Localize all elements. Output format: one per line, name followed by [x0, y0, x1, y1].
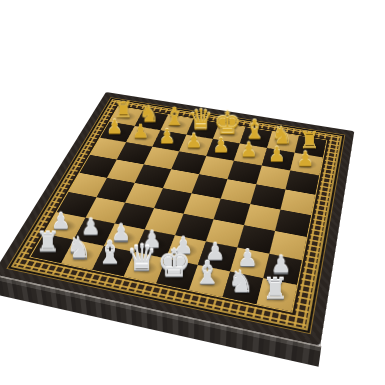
piece-silver-queen: ♛: [126, 240, 157, 275]
piece-gold-pawn: ♟: [185, 131, 203, 151]
square-g7: ♟: [261, 148, 294, 170]
piece-silver-bishop: ♝: [192, 257, 221, 289]
square-g1: ♞: [222, 271, 263, 304]
square-e4: [183, 193, 220, 219]
piece-silver-knight: ♞: [227, 266, 254, 296]
product-photo-scene: ♜♞♝♛♚♝♞♜♟♟♟♟♟♟♟♟♟♟♟♟♟♟♟♟♜♞♝♛♚♝♞♜: [0, 0, 385, 385]
piece-silver-king: ♚: [156, 243, 191, 282]
piece-gold-pawn: ♟: [267, 145, 285, 165]
piece-silver-bishop: ♝: [95, 237, 123, 268]
piece-silver-rook: ♜: [261, 274, 287, 303]
piece-silver-rook: ♜: [35, 228, 60, 255]
chessboard-grid: ♜♞♝♛♚♝♞♜♟♟♟♟♟♟♟♟♟♟♟♟♟♟♟♟♜♞♝♛♚♝♞♜: [30, 106, 326, 311]
square-f4: [213, 198, 250, 224]
square-e7: ♟: [206, 139, 240, 161]
square-h1: ♜: [256, 278, 296, 311]
square-d4: [154, 188, 192, 214]
piece-gold-pawn: ♟: [106, 118, 123, 137]
square-f7: ♟: [233, 143, 266, 165]
chess-set: ♜♞♝♛♚♝♞♜♟♟♟♟♟♟♟♟♟♟♟♟♟♟♟♟♜♞♝♛♚♝♞♜: [0, 92, 354, 346]
piece-gold-pawn: ♟: [212, 135, 230, 155]
piece-silver-knight: ♞: [65, 233, 91, 262]
piece-gold-pawn: ♟: [296, 149, 314, 169]
piece-gold-pawn: ♟: [239, 140, 257, 160]
perspective-viewport: ♜♞♝♛♚♝♞♜♟♟♟♟♟♟♟♟♟♟♟♟♟♟♟♟♜♞♝♛♚♝♞♜: [0, 0, 385, 385]
piece-gold-pawn: ♟: [131, 122, 148, 141]
piece-gold-pawn: ♟: [158, 126, 175, 145]
